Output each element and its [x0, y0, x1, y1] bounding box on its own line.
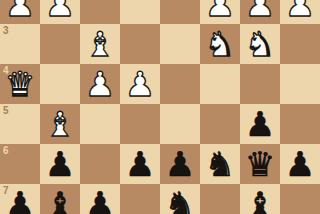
square-b4[interactable]: [240, 64, 280, 104]
chessboard-screenshot: 2♟♟♟♟♟3♝♞♞4♛♟♟5♝♟6♟♟♟♞♛♟7♟♝♟♞♝: [0, 0, 320, 214]
square-e3[interactable]: [120, 24, 160, 64]
chess-board: 2♟♟♟♟♟3♝♞♞4♛♟♟5♝♟6♟♟♟♞♛♟7♟♝♟♞♝: [0, 0, 320, 214]
piece-black-pawn-a6[interactable]: ♟: [280, 144, 320, 184]
square-b7[interactable]: ♝: [240, 184, 280, 214]
square-d6[interactable]: ♟: [160, 144, 200, 184]
piece-white-pawn-b2[interactable]: ♟: [240, 0, 280, 24]
square-d4[interactable]: [160, 64, 200, 104]
square-a2[interactable]: ♟: [280, 0, 320, 24]
piece-white-bishop-f3[interactable]: ♝: [80, 24, 120, 64]
square-a7[interactable]: [280, 184, 320, 214]
piece-white-pawn-e4[interactable]: ♟: [120, 64, 160, 104]
square-c4[interactable]: [200, 64, 240, 104]
square-b6[interactable]: ♛: [240, 144, 280, 184]
square-h2[interactable]: 2♟: [0, 0, 40, 24]
square-c7[interactable]: [200, 184, 240, 214]
square-a4[interactable]: [280, 64, 320, 104]
piece-white-knight-b3[interactable]: ♞: [240, 24, 280, 64]
piece-white-pawn-c2[interactable]: ♟: [200, 0, 240, 24]
piece-white-pawn-h2[interactable]: ♟: [0, 0, 40, 24]
piece-white-pawn-g2[interactable]: ♟: [40, 0, 80, 24]
square-a3[interactable]: [280, 24, 320, 64]
square-b2[interactable]: ♟: [240, 0, 280, 24]
piece-black-bishop-b7[interactable]: ♝: [240, 184, 280, 214]
square-c3[interactable]: ♞: [200, 24, 240, 64]
square-h3[interactable]: 3: [0, 24, 40, 64]
square-f4[interactable]: ♟: [80, 64, 120, 104]
square-g3[interactable]: [40, 24, 80, 64]
square-e4[interactable]: ♟: [120, 64, 160, 104]
square-e2[interactable]: [120, 0, 160, 24]
rank-label-3: 3: [3, 25, 9, 36]
square-h6[interactable]: 6: [0, 144, 40, 184]
piece-black-pawn-e6[interactable]: ♟: [120, 144, 160, 184]
piece-black-pawn-b5[interactable]: ♟: [240, 104, 280, 144]
piece-black-knight-d7[interactable]: ♞: [160, 184, 200, 214]
square-f3[interactable]: ♝: [80, 24, 120, 64]
square-b5[interactable]: ♟: [240, 104, 280, 144]
square-f2[interactable]: [80, 0, 120, 24]
square-c2[interactable]: ♟: [200, 0, 240, 24]
square-d7[interactable]: ♞: [160, 184, 200, 214]
rank-label-4: 4: [3, 65, 9, 76]
square-h4[interactable]: 4♛: [0, 64, 40, 104]
square-g2[interactable]: ♟: [40, 0, 80, 24]
square-b3[interactable]: ♞: [240, 24, 280, 64]
square-g6[interactable]: ♟: [40, 144, 80, 184]
square-a6[interactable]: ♟: [280, 144, 320, 184]
square-e6[interactable]: ♟: [120, 144, 160, 184]
rank-label-5: 5: [3, 105, 9, 116]
piece-black-pawn-g6[interactable]: ♟: [40, 144, 80, 184]
square-g7[interactable]: ♝: [40, 184, 80, 214]
square-f5[interactable]: [80, 104, 120, 144]
square-c5[interactable]: [200, 104, 240, 144]
piece-black-pawn-f7[interactable]: ♟: [80, 184, 120, 214]
square-e7[interactable]: [120, 184, 160, 214]
square-g4[interactable]: [40, 64, 80, 104]
piece-black-bishop-g7[interactable]: ♝: [40, 184, 80, 214]
rank-label-7: 7: [3, 185, 9, 196]
square-d5[interactable]: [160, 104, 200, 144]
piece-white-pawn-a2[interactable]: ♟: [280, 0, 320, 24]
square-g5[interactable]: ♝: [40, 104, 80, 144]
piece-white-pawn-f4[interactable]: ♟: [80, 64, 120, 104]
piece-white-bishop-g5[interactable]: ♝: [40, 104, 80, 144]
piece-black-queen-b6[interactable]: ♛: [240, 144, 280, 184]
square-f6[interactable]: [80, 144, 120, 184]
rank-label-6: 6: [3, 145, 9, 156]
square-c6[interactable]: ♞: [200, 144, 240, 184]
square-h7[interactable]: 7♟: [0, 184, 40, 214]
piece-black-pawn-d6[interactable]: ♟: [160, 144, 200, 184]
square-d3[interactable]: [160, 24, 200, 64]
square-d2[interactable]: [160, 0, 200, 24]
piece-black-knight-c6[interactable]: ♞: [200, 144, 240, 184]
square-e5[interactable]: [120, 104, 160, 144]
square-h5[interactable]: 5: [0, 104, 40, 144]
piece-white-knight-c3[interactable]: ♞: [200, 24, 240, 64]
square-a5[interactable]: [280, 104, 320, 144]
square-f7[interactable]: ♟: [80, 184, 120, 214]
